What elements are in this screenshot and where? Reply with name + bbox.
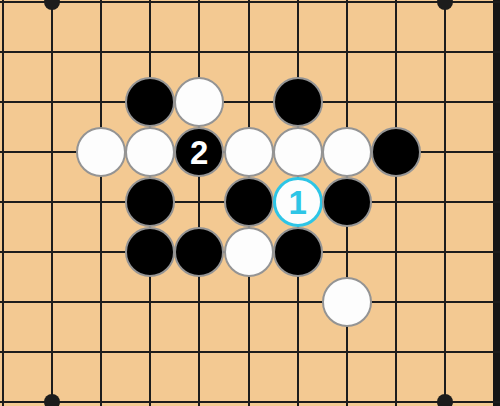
stone-black[interactable] — [125, 177, 175, 227]
stone-black[interactable] — [224, 177, 274, 227]
stone-black[interactable] — [273, 77, 323, 127]
stone-white[interactable] — [273, 127, 323, 177]
grid-line-horizontal — [0, 401, 500, 403]
star-point — [44, 394, 60, 406]
stone-white[interactable] — [322, 127, 372, 177]
star-point — [437, 0, 453, 10]
stone-white[interactable] — [224, 227, 274, 277]
stone-black[interactable] — [322, 177, 372, 227]
stone-black-move-2[interactable]: 2 — [174, 127, 224, 177]
stone-white[interactable] — [322, 277, 372, 327]
stone-black[interactable] — [273, 227, 323, 277]
stone-white-move-1[interactable]: 1 — [273, 177, 323, 227]
grid-line-horizontal — [0, 101, 500, 103]
grid-line-vertical — [51, 0, 53, 406]
move-number-label: 2 — [190, 136, 208, 169]
grid-line-vertical — [444, 0, 446, 406]
grid-line-horizontal — [0, 1, 500, 3]
board-edge-right — [493, 0, 500, 406]
grid-line-horizontal — [0, 301, 500, 303]
grid-line-vertical — [198, 0, 200, 406]
stone-white[interactable] — [76, 127, 126, 177]
stone-white[interactable] — [125, 127, 175, 177]
stone-white[interactable] — [174, 77, 224, 127]
stone-black[interactable] — [174, 227, 224, 277]
grid-line-horizontal — [0, 351, 500, 353]
go-board[interactable]: 21 — [0, 0, 500, 406]
star-point — [44, 0, 60, 10]
stone-black[interactable] — [371, 127, 421, 177]
stone-white[interactable] — [224, 127, 274, 177]
stone-black[interactable] — [125, 227, 175, 277]
stone-black[interactable] — [125, 77, 175, 127]
move-number-label: 1 — [289, 186, 307, 219]
star-point — [437, 394, 453, 406]
grid-line-horizontal — [0, 51, 500, 53]
grid-line-vertical — [2, 0, 4, 406]
grid-line-vertical — [100, 0, 102, 406]
grid-line-vertical — [395, 0, 397, 406]
